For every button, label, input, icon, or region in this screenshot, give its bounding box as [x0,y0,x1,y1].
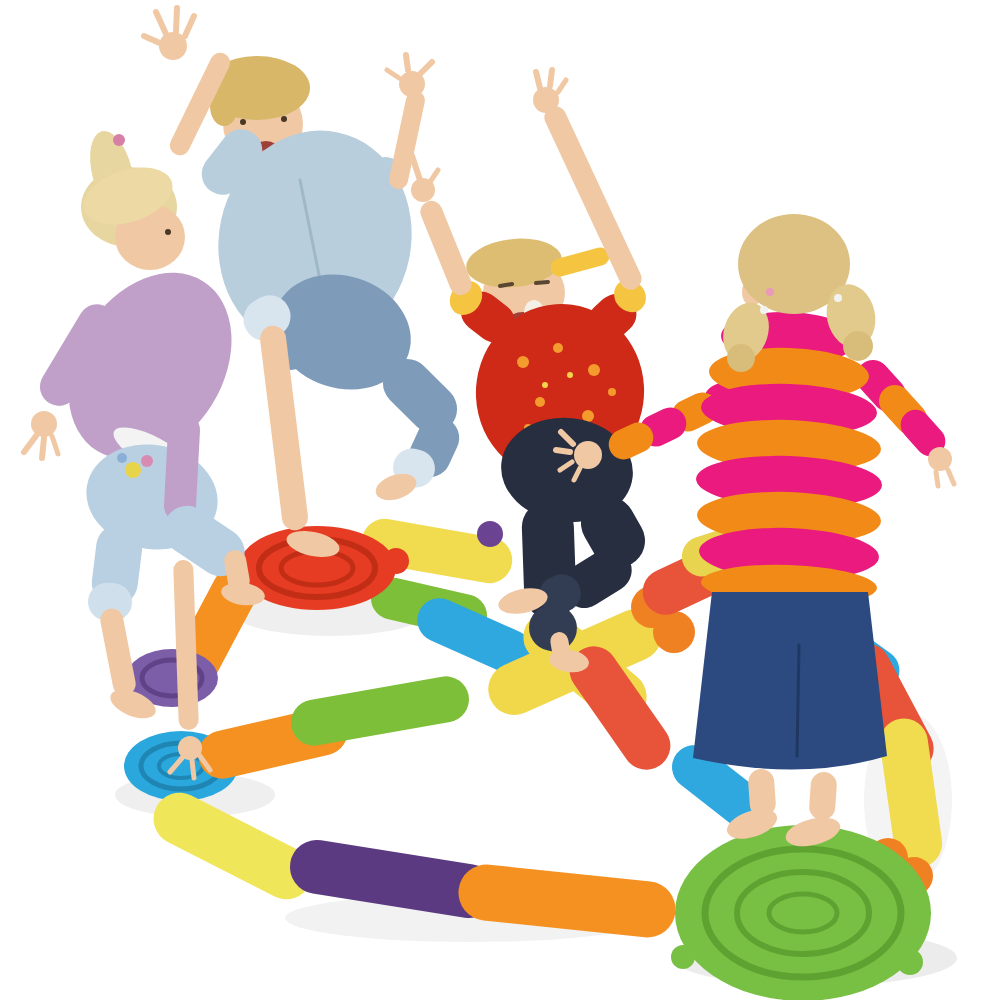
girl2-skirt-slit [797,645,799,756]
girl1-left-finger-3 [52,436,58,454]
girl1-jeans-patch-3 [117,453,127,463]
disc-green-tab-2 [897,949,923,975]
knob-orange-2 [653,611,695,653]
girl2-right-hand [574,441,602,469]
girl2-skirt [693,592,887,770]
girl2-pigtail-right-curl [843,331,873,361]
boy-eye-right [281,116,287,122]
toddler-eye-right [536,282,548,283]
tab-purple [477,521,503,547]
toddler-right-hand [533,87,559,113]
boy-right-finger-1 [420,62,432,74]
boy-left-thumb [144,36,162,44]
girl2-left-finger-1 [948,470,954,484]
girl2-right-leg [808,771,837,821]
girl2-hair-clip-1 [760,306,768,314]
girl1-right-finger-2 [192,760,194,778]
boy-eye-left [240,119,246,125]
toddler-left-thumb [430,170,438,182]
girl2-left-hand [928,447,952,471]
toddler-print-3 [588,364,600,376]
girl1-jeans-patch-1 [125,462,141,478]
girl2-left-finger-2 [936,472,938,486]
toddler-print-4 [535,397,545,407]
toddler-left-index-finger [412,156,420,180]
toddler-print-7 [608,388,616,396]
photo-canvas: Four barefoot children play on a colorfu… [0,0,1000,1000]
girl1-back-calf [98,607,137,698]
girl1-left-finger-2 [42,438,44,458]
toddler-print-5 [582,410,594,422]
girl2-hair-clip-2 [834,294,842,302]
boy-left-finger-1 [156,12,166,34]
boy-right-finger-2 [406,55,408,70]
boy-left-finger-3 [185,16,194,36]
toddler-print-2 [553,343,563,353]
girl1-hair-tie [113,134,125,146]
toddler-right-finger-2 [550,70,552,86]
toddler-right-finger-3 [558,80,566,92]
toddler-print-9 [567,372,573,378]
boy-right-finger-3 [387,70,399,78]
girl1-left-hand [31,411,57,437]
toddler-print-1 [517,356,529,368]
girl2-pigtail-left-curl [727,344,755,372]
girl1-right-sleeve [163,413,201,523]
girl1-eye [165,229,171,235]
plank-green-inner [287,673,472,750]
toddler-right-finger-1 [536,72,540,88]
product-photo: Four barefoot children play on a colorfu… [0,0,1000,1000]
boy-left-finger-2 [176,8,177,32]
toddler-print-10 [542,382,548,388]
toddler-left-arm [417,198,475,299]
toddler-eye-left [500,284,512,286]
girl1-left-finger-1 [24,436,36,452]
disc-red-tab [383,548,409,574]
girl2-hair-clip-3 [766,288,774,296]
girl1-jeans-patch-2 [141,455,153,467]
girl2-right-finger-2 [556,450,570,452]
balance-path-scene [0,0,1000,1000]
disc-green-tab-3 [671,945,695,969]
